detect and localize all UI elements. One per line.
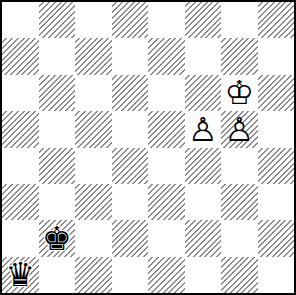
square-c8[interactable]: [75, 2, 112, 38]
square-c3[interactable]: [75, 184, 112, 220]
square-e3[interactable]: [148, 184, 185, 220]
square-e6[interactable]: [148, 75, 185, 111]
square-c5[interactable]: [75, 111, 112, 147]
black-king-icon: ♚: [39, 220, 75, 256]
square-b8[interactable]: [39, 2, 76, 38]
square-d1[interactable]: [112, 257, 149, 293]
square-b3[interactable]: [39, 184, 76, 220]
chess-board: ♚♔♟♙♟♙♚♛: [2, 2, 294, 293]
square-f2[interactable]: [185, 220, 222, 256]
square-g8[interactable]: [221, 2, 258, 38]
square-g7[interactable]: [221, 38, 258, 74]
square-d3[interactable]: [112, 184, 149, 220]
square-a8[interactable]: [2, 2, 39, 38]
square-a2[interactable]: [2, 220, 39, 256]
square-f4[interactable]: [185, 148, 222, 184]
square-h7[interactable]: [258, 38, 295, 74]
square-g1[interactable]: [221, 257, 258, 293]
square-d8[interactable]: [112, 2, 149, 38]
square-a4[interactable]: [2, 148, 39, 184]
square-d7[interactable]: [112, 38, 149, 74]
square-g6[interactable]: ♚♔: [221, 75, 258, 111]
white-pawn-icon: ♙: [185, 111, 221, 147]
square-f8[interactable]: [185, 2, 222, 38]
square-f5[interactable]: ♟♙: [185, 111, 222, 147]
square-e8[interactable]: [148, 2, 185, 38]
square-c6[interactable]: [75, 75, 112, 111]
square-f6[interactable]: [185, 75, 222, 111]
square-a1[interactable]: ♛: [2, 257, 39, 293]
square-b6[interactable]: [39, 75, 76, 111]
square-h4[interactable]: [258, 148, 295, 184]
square-h6[interactable]: [258, 75, 295, 111]
square-g4[interactable]: [221, 148, 258, 184]
square-e5[interactable]: [148, 111, 185, 147]
square-e7[interactable]: [148, 38, 185, 74]
piece-white-pawn[interactable]: ♟♙: [221, 111, 257, 147]
square-a7[interactable]: [2, 38, 39, 74]
square-g2[interactable]: [221, 220, 258, 256]
square-c1[interactable]: [75, 257, 112, 293]
square-d5[interactable]: [112, 111, 149, 147]
square-a3[interactable]: [2, 184, 39, 220]
square-a5[interactable]: [2, 111, 39, 147]
square-d6[interactable]: [112, 75, 149, 111]
square-b7[interactable]: [39, 38, 76, 74]
square-e1[interactable]: [148, 257, 185, 293]
square-c7[interactable]: [75, 38, 112, 74]
chess-board-frame: ♚♔♟♙♟♙♚♛: [0, 0, 296, 295]
square-c4[interactable]: [75, 148, 112, 184]
square-d2[interactable]: [112, 220, 149, 256]
piece-black-queen[interactable]: ♛: [2, 257, 38, 293]
square-h1[interactable]: [258, 257, 295, 293]
square-h2[interactable]: [258, 220, 295, 256]
square-f1[interactable]: [185, 257, 222, 293]
piece-white-king[interactable]: ♚♔: [221, 75, 257, 111]
square-h3[interactable]: [258, 184, 295, 220]
square-e2[interactable]: [148, 220, 185, 256]
square-a6[interactable]: [2, 75, 39, 111]
piece-white-pawn[interactable]: ♟♙: [185, 111, 221, 147]
square-b5[interactable]: [39, 111, 76, 147]
black-queen-icon: ♛: [2, 257, 38, 293]
square-c2[interactable]: [75, 220, 112, 256]
square-e4[interactable]: [148, 148, 185, 184]
square-d4[interactable]: [112, 148, 149, 184]
square-h5[interactable]: [258, 111, 295, 147]
square-b1[interactable]: [39, 257, 76, 293]
white-king-icon: ♔: [221, 75, 257, 111]
square-h8[interactable]: [258, 2, 295, 38]
square-b2[interactable]: ♚: [39, 220, 76, 256]
square-f7[interactable]: [185, 38, 222, 74]
square-f3[interactable]: [185, 184, 222, 220]
square-b4[interactable]: [39, 148, 76, 184]
square-g3[interactable]: [221, 184, 258, 220]
piece-black-king[interactable]: ♚: [39, 220, 75, 256]
square-g5[interactable]: ♟♙: [221, 111, 258, 147]
white-pawn-icon: ♙: [221, 111, 257, 147]
